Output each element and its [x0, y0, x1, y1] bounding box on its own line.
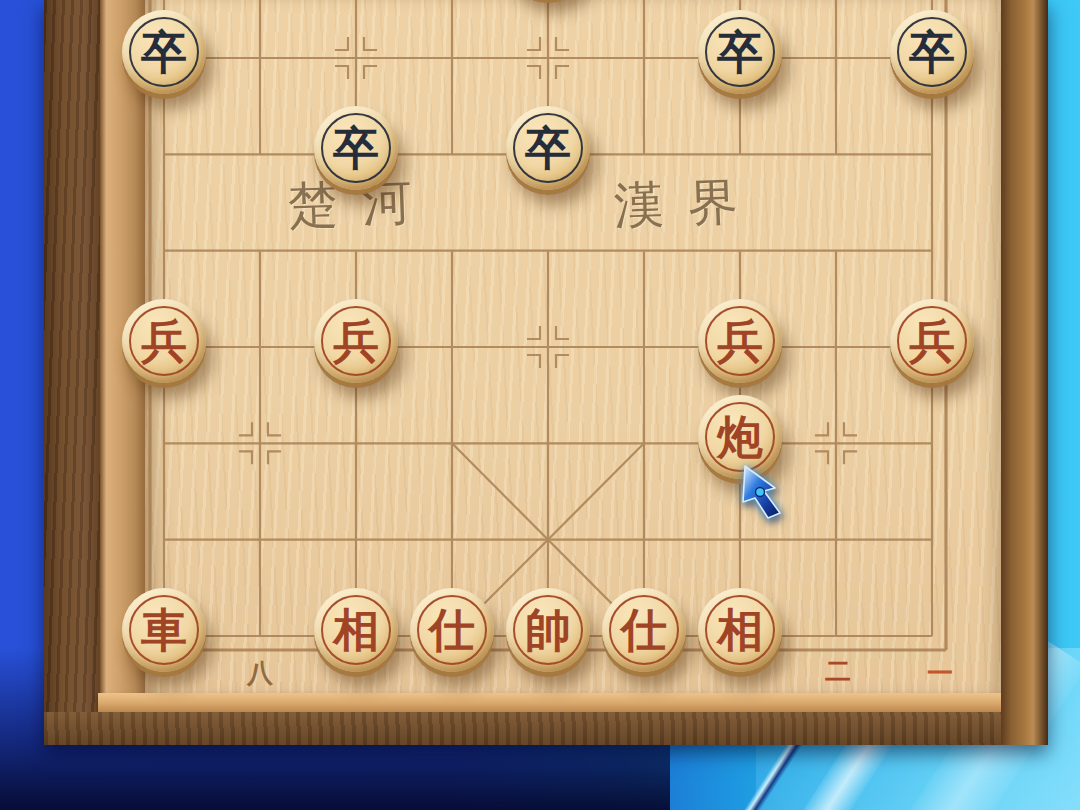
- piece-red-general[interactable]: 帥: [506, 588, 590, 672]
- piece-glyph: 車: [141, 607, 187, 653]
- file-label: 八: [247, 656, 273, 691]
- piece-red-chariot[interactable]: 車: [122, 588, 206, 672]
- screen: 楚河漢界八二一卒卒卒卒卒兵兵兵兵炮車相仕帥仕相: [0, 0, 1080, 810]
- piece-glyph: 兵: [141, 318, 187, 364]
- piece-glyph: 炮: [717, 414, 763, 460]
- piece-glyph: 卒: [909, 29, 955, 75]
- piece-red-soldier[interactable]: 兵: [314, 299, 398, 383]
- piece-glyph: 兵: [333, 318, 379, 364]
- board-frame-bottom: [44, 712, 1048, 745]
- piece-black-soldier[interactable]: 卒: [506, 106, 590, 190]
- board-frame-right: [1001, 0, 1048, 745]
- file-label: 一: [927, 656, 953, 691]
- piece-black-soldier[interactable]: 卒: [890, 10, 974, 94]
- piece-red-soldier[interactable]: 兵: [890, 299, 974, 383]
- piece-black-soldier[interactable]: 卒: [698, 10, 782, 94]
- piece-red-soldier[interactable]: 兵: [698, 299, 782, 383]
- piece-glyph: 帥: [525, 607, 571, 653]
- board-frame-bottom-bevel: [98, 693, 1003, 712]
- piece-glyph: 卒: [717, 29, 763, 75]
- piece-glyph: 相: [717, 607, 763, 653]
- piece-glyph: 卒: [333, 125, 379, 171]
- piece-red-advisor[interactable]: 仕: [602, 588, 686, 672]
- piece-glyph: 兵: [909, 318, 955, 364]
- board-frame-left: [44, 0, 100, 745]
- piece-red-elephant[interactable]: 相: [698, 588, 782, 672]
- piece-red-advisor[interactable]: 仕: [410, 588, 494, 672]
- piece-glyph: 相: [333, 607, 379, 653]
- piece-glyph: 卒: [141, 29, 187, 75]
- piece-black-soldier[interactable]: 卒: [122, 10, 206, 94]
- piece-red-soldier[interactable]: 兵: [122, 299, 206, 383]
- mouse-cursor: [738, 465, 786, 521]
- river-label: 漢界: [613, 168, 763, 240]
- piece-glyph: 兵: [717, 318, 763, 364]
- file-label: 二: [825, 654, 851, 689]
- piece-glyph: 仕: [429, 607, 475, 653]
- piece-glyph: 仕: [621, 607, 667, 653]
- piece-glyph: 卒: [525, 125, 571, 171]
- board-surface[interactable]: [145, 0, 1001, 694]
- piece-red-elephant[interactable]: 相: [314, 588, 398, 672]
- piece-black-soldier[interactable]: 卒: [314, 106, 398, 190]
